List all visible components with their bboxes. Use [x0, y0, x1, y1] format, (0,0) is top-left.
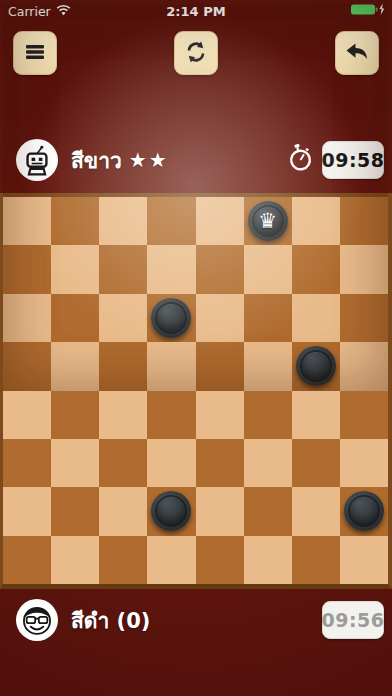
face-with-glasses-icon: [16, 599, 58, 641]
board-square-r1c0[interactable]: [3, 245, 51, 293]
checker-man-piece[interactable]: [344, 491, 384, 531]
board-square-r6c7[interactable]: [340, 487, 388, 535]
board-square-r3c1[interactable]: [51, 342, 99, 390]
board-square-r2c6[interactable]: [292, 294, 340, 342]
board-square-r0c7[interactable]: [340, 197, 388, 245]
checker-man-piece[interactable]: [151, 298, 191, 338]
board-square-r7c5[interactable]: [244, 536, 292, 584]
king-crown-icon: ♛: [258, 211, 277, 232]
board-square-r0c6[interactable]: [292, 197, 340, 245]
board-square-r1c7[interactable]: [340, 245, 388, 293]
undo-arrow-icon: [344, 40, 370, 67]
refresh-icon: [184, 40, 208, 67]
board-square-r2c3[interactable]: [147, 294, 195, 342]
status-bar: 2:14 PM Carrier: [0, 0, 392, 22]
checker-man-piece[interactable]: [151, 491, 191, 531]
player-bottom-timer: 09:56: [322, 601, 384, 639]
board-square-r5c6[interactable]: [292, 439, 340, 487]
board-square-r4c3[interactable]: [147, 391, 195, 439]
board-square-r5c2[interactable]: [99, 439, 147, 487]
board-square-r6c0[interactable]: [3, 487, 51, 535]
board-square-r3c2[interactable]: [99, 342, 147, 390]
board-square-r5c0[interactable]: [3, 439, 51, 487]
board-square-r0c1[interactable]: [51, 197, 99, 245]
board-square-r1c1[interactable]: [51, 245, 99, 293]
hamburger-menu-icon: [24, 43, 46, 64]
board-square-r0c0[interactable]: [3, 197, 51, 245]
board-square-r2c7[interactable]: [340, 294, 388, 342]
checker-man-piece[interactable]: [296, 346, 336, 386]
board-square-r6c5[interactable]: [244, 487, 292, 535]
board-square-r2c0[interactable]: [3, 294, 51, 342]
board-square-r3c0[interactable]: [3, 342, 51, 390]
refresh-button[interactable]: [174, 31, 218, 75]
board-square-r4c2[interactable]: [99, 391, 147, 439]
board-square-r5c5[interactable]: [244, 439, 292, 487]
stopwatch-icon: [288, 143, 313, 177]
undo-button[interactable]: [335, 31, 379, 75]
player-bottom-name: สีดำ (0): [71, 604, 150, 637]
board-square-r6c1[interactable]: [51, 487, 99, 535]
checker-king-piece[interactable]: ♛: [248, 201, 288, 241]
board-square-r4c4[interactable]: [196, 391, 244, 439]
board-square-r7c2[interactable]: [99, 536, 147, 584]
board-square-r1c5[interactable]: [244, 245, 292, 293]
board-square-r0c2[interactable]: [99, 197, 147, 245]
player-top-row: สีขาว ★★ 09:58: [16, 138, 384, 182]
board-square-r2c2[interactable]: [99, 294, 147, 342]
board-square-r4c1[interactable]: [51, 391, 99, 439]
player-top-name: สีขาว: [71, 144, 122, 177]
board-square-r2c4[interactable]: [196, 294, 244, 342]
board-square-r2c5[interactable]: [244, 294, 292, 342]
board-square-r4c5[interactable]: [244, 391, 292, 439]
board-square-r5c4[interactable]: [196, 439, 244, 487]
board-square-r3c5[interactable]: [244, 342, 292, 390]
board-square-r6c3[interactable]: [147, 487, 195, 535]
board-square-r6c6[interactable]: [292, 487, 340, 535]
board-square-r2c1[interactable]: [51, 294, 99, 342]
board-square-r1c3[interactable]: [147, 245, 195, 293]
board-square-r0c3[interactable]: [147, 197, 195, 245]
board-square-r1c2[interactable]: [99, 245, 147, 293]
board-square-r3c3[interactable]: [147, 342, 195, 390]
board-square-r3c6[interactable]: [292, 342, 340, 390]
board-square-r0c4[interactable]: [196, 197, 244, 245]
board-square-r7c3[interactable]: [147, 536, 195, 584]
player-top-timer: 09:58: [322, 141, 384, 179]
board-square-r3c4[interactable]: [196, 342, 244, 390]
board-square-r4c7[interactable]: [340, 391, 388, 439]
player-top-difficulty-stars: ★★: [129, 148, 169, 172]
toolbar: [13, 31, 379, 75]
board-square-r6c2[interactable]: [99, 487, 147, 535]
board-square-r3c7[interactable]: [340, 342, 388, 390]
robot-icon: [16, 139, 58, 181]
menu-button[interactable]: [13, 31, 57, 75]
status-time: 2:14 PM: [0, 4, 392, 19]
board-square-r1c6[interactable]: [292, 245, 340, 293]
board-square-r4c6[interactable]: [292, 391, 340, 439]
board-square-r7c4[interactable]: [196, 536, 244, 584]
player-bottom-row: สีดำ (0) 09:56: [16, 598, 384, 642]
board-square-r4c0[interactable]: [3, 391, 51, 439]
board-square-r5c7[interactable]: [340, 439, 388, 487]
board-square-r7c1[interactable]: [51, 536, 99, 584]
board-square-r7c7[interactable]: [340, 536, 388, 584]
board-square-r5c1[interactable]: [51, 439, 99, 487]
board-square-r5c3[interactable]: [147, 439, 195, 487]
board-square-r7c6[interactable]: [292, 536, 340, 584]
board-square-r6c4[interactable]: [196, 487, 244, 535]
board-square-r1c4[interactable]: [196, 245, 244, 293]
board[interactable]: ♛: [0, 193, 392, 589]
app-screen: 2:14 PM Carrier: [0, 0, 392, 696]
board-square-r7c0[interactable]: [3, 536, 51, 584]
board-square-r0c5[interactable]: ♛: [244, 197, 292, 245]
